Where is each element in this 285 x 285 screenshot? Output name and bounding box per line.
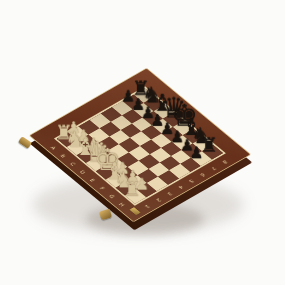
square-h5 [169, 164, 190, 178]
rank-label-4: 4 [177, 185, 184, 190]
square-g5 [159, 156, 180, 170]
square-h8: ♜ [202, 145, 223, 159]
file-label-c: C [69, 161, 77, 166]
file-label-e: E [89, 178, 97, 183]
file-label-f: F [99, 186, 107, 191]
square-f5 [150, 148, 171, 162]
rank-label-7: 7 [210, 166, 217, 171]
chess-set-photo-scene: ♜♞♝♛♚♝♞♜♟♟♟♟♟♟♟♟♟♟♟♟♟♟♟♟♜♞♝♛♚♝♞♜ ABCDEFG… [0, 0, 285, 285]
file-label-h: H [118, 202, 126, 207]
piece-white-rook-h1: ♜ [123, 179, 138, 199]
rank-label-1: 1 [144, 204, 151, 209]
rank-label-8: 8 [221, 160, 228, 165]
rank-label-5: 5 [188, 179, 195, 184]
rank-label-6: 6 [199, 172, 206, 177]
file-label-b: B [59, 153, 67, 158]
file-label-d: D [79, 169, 87, 175]
file-label-g: G [108, 194, 116, 200]
rank-label-3: 3 [166, 191, 173, 196]
brass-emblem-plate [129, 207, 140, 215]
file-label-a: A [49, 145, 57, 150]
rank-label-2: 2 [155, 198, 162, 203]
brass-hinge [18, 136, 32, 149]
piece-black-pawn-h7: ♟ [190, 145, 205, 161]
